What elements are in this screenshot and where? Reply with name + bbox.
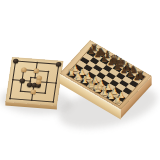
morris-point-dot bbox=[9, 98, 11, 100]
product-photo-scene: ♜♞♝♛♚♝♞♜♟♟♟♟♟♟♟♟♟♟♟♟♟♟♟♟♜♞♝♛♚♝♞♜ bbox=[0, 0, 160, 160]
morris-point-dot bbox=[46, 81, 48, 83]
morris-point-dot bbox=[52, 101, 54, 103]
morris-point-dot bbox=[47, 71, 49, 73]
morris-disc-black-b4[interactable] bbox=[19, 78, 25, 83]
morris-point-dot bbox=[12, 79, 14, 81]
morris-point-dot bbox=[44, 92, 46, 94]
morris-disc-black-a7[interactable] bbox=[13, 58, 19, 63]
chess-piece-white-rook[interactable]: ♜ bbox=[113, 95, 122, 104]
morris-disc-white-e4[interactable] bbox=[35, 79, 41, 84]
morris-line-inlay bbox=[5, 57, 63, 106]
morris-point-dot bbox=[55, 82, 57, 84]
morris-point-dot bbox=[19, 90, 21, 92]
morris-point-dot bbox=[31, 99, 33, 101]
morris-disc-white-d6[interactable] bbox=[33, 68, 39, 73]
square-h1[interactable]: ♜ bbox=[113, 98, 123, 105]
morris-point-dot bbox=[36, 62, 38, 64]
morris-point-dot bbox=[30, 77, 32, 79]
nine-mens-morris-board bbox=[5, 57, 63, 106]
morris-disc-white-b6[interactable] bbox=[21, 67, 27, 72]
